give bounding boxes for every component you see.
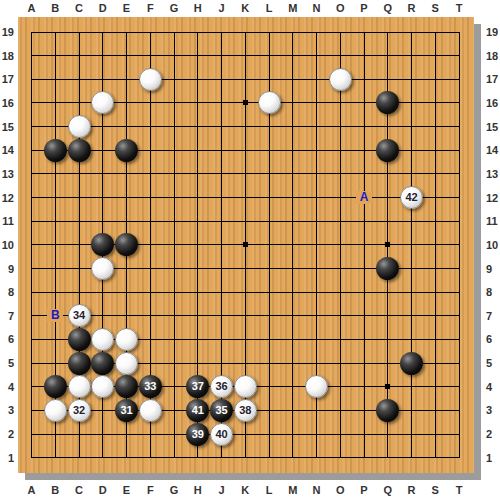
coord-top-O: O [330, 1, 350, 15]
coord-top-H: H [188, 1, 208, 15]
stone-black-Q3 [376, 399, 399, 422]
stone-white-C4 [68, 375, 91, 398]
grid-line-vertical [292, 32, 293, 459]
coord-bottom-H: H [188, 483, 208, 497]
coord-left-14: 14 [0, 143, 14, 157]
coord-bottom-J: J [212, 483, 232, 497]
move-number: 42 [405, 192, 417, 203]
coord-right-8: 8 [486, 285, 500, 299]
stone-white-O17 [329, 68, 352, 91]
coord-right-1: 1 [486, 451, 500, 465]
coord-top-L: L [259, 1, 279, 15]
coord-bottom-D: D [93, 483, 113, 497]
coord-top-B: B [45, 1, 65, 15]
coord-left-17: 17 [0, 72, 14, 86]
coord-left-16: 16 [0, 96, 14, 110]
stone-white-C3: 32 [68, 399, 91, 422]
coord-bottom-K: K [235, 483, 255, 497]
move-number: 31 [120, 405, 132, 416]
stone-black-R5 [400, 352, 423, 375]
coord-left-15: 15 [0, 120, 14, 134]
coord-right-14: 14 [486, 143, 500, 157]
coord-bottom-S: S [425, 483, 445, 497]
coord-bottom-M: M [283, 483, 303, 497]
coord-top-T: T [449, 1, 469, 15]
coord-top-A: A [22, 1, 42, 15]
stone-white-C15 [68, 115, 91, 138]
stone-white-B3 [44, 399, 67, 422]
coord-top-D: D [93, 1, 113, 15]
coord-left-4: 4 [0, 380, 14, 394]
coord-bottom-P: P [354, 483, 374, 497]
stone-black-C6 [68, 328, 91, 351]
coord-right-18: 18 [486, 49, 500, 63]
marker-B: B [47, 309, 63, 322]
coord-left-8: 8 [0, 285, 14, 299]
coord-right-5: 5 [486, 356, 500, 370]
coord-top-K: K [235, 1, 255, 15]
coord-top-E: E [117, 1, 137, 15]
coord-bottom-F: F [140, 483, 160, 497]
coord-left-7: 7 [0, 309, 14, 323]
grid-line-horizontal [31, 292, 460, 293]
stone-black-Q14 [376, 139, 399, 162]
stone-white-K4 [234, 375, 257, 398]
coord-bottom-O: O [330, 483, 350, 497]
coord-bottom-Q: Q [378, 483, 398, 497]
star-point [243, 242, 248, 247]
coord-bottom-N: N [307, 483, 327, 497]
coord-bottom-A: A [22, 483, 42, 497]
move-number: 40 [215, 429, 227, 440]
stone-black-B4 [44, 375, 67, 398]
coord-left-6: 6 [0, 332, 14, 346]
stone-white-F3 [139, 399, 162, 422]
coord-right-7: 7 [486, 309, 500, 323]
coord-right-6: 6 [486, 332, 500, 346]
grid-line-vertical [364, 32, 365, 459]
stone-black-C14 [68, 139, 91, 162]
stone-black-H2: 39 [186, 423, 209, 446]
coord-bottom-L: L [259, 483, 279, 497]
coord-left-3: 3 [0, 403, 14, 417]
coord-left-19: 19 [0, 25, 14, 39]
move-number: 38 [239, 405, 251, 416]
coord-top-C: C [69, 1, 89, 15]
coord-bottom-B: B [45, 483, 65, 497]
star-point [385, 242, 390, 247]
grid-line-horizontal [31, 457, 460, 458]
coord-bottom-E: E [117, 483, 137, 497]
stone-black-C5 [68, 352, 91, 375]
move-number: 33 [144, 381, 156, 392]
coord-right-16: 16 [486, 96, 500, 110]
star-point [385, 384, 390, 389]
coord-right-15: 15 [486, 120, 500, 134]
grid-line-vertical [411, 32, 412, 459]
coord-top-P: P [354, 1, 374, 15]
grid-line-vertical [340, 32, 341, 459]
coord-bottom-C: C [69, 483, 89, 497]
marker-A: A [356, 191, 372, 204]
coord-left-18: 18 [0, 49, 14, 63]
move-number: 32 [73, 405, 85, 416]
coord-bottom-R: R [402, 483, 422, 497]
coord-left-10: 10 [0, 238, 14, 252]
coord-top-R: R [402, 1, 422, 15]
stone-black-E14 [115, 139, 138, 162]
coord-right-19: 19 [486, 25, 500, 39]
grid-line-vertical [459, 32, 460, 459]
coord-right-11: 11 [486, 214, 500, 228]
coord-top-M: M [283, 1, 303, 15]
stone-white-J2: 40 [210, 423, 233, 446]
coord-top-F: F [140, 1, 160, 15]
coord-top-Q: Q [378, 1, 398, 15]
stone-white-L16 [258, 91, 281, 114]
stone-black-D5 [91, 352, 114, 375]
coord-top-N: N [307, 1, 327, 15]
coord-top-J: J [212, 1, 232, 15]
grid-line-horizontal [31, 434, 460, 435]
coord-left-1: 1 [0, 451, 14, 465]
coord-right-2: 2 [486, 427, 500, 441]
stone-white-R12: 42 [400, 186, 423, 209]
move-number: 37 [192, 381, 204, 392]
move-number: 41 [192, 405, 204, 416]
coord-left-9: 9 [0, 262, 14, 276]
stone-white-E6 [115, 328, 138, 351]
star-point [243, 100, 248, 105]
coord-right-13: 13 [486, 167, 500, 181]
coord-right-10: 10 [486, 238, 500, 252]
grid-line-vertical [435, 32, 436, 459]
stone-black-E3: 31 [115, 399, 138, 422]
stone-white-C7: 34 [68, 304, 91, 327]
coord-right-9: 9 [486, 262, 500, 276]
coord-right-3: 3 [486, 403, 500, 417]
coord-bottom-T: T [449, 483, 469, 497]
coord-left-11: 11 [0, 214, 14, 228]
coord-left-13: 13 [0, 167, 14, 181]
move-number: 35 [215, 405, 227, 416]
coord-right-4: 4 [486, 380, 500, 394]
coord-right-12: 12 [486, 191, 500, 205]
coord-left-2: 2 [0, 427, 14, 441]
stone-black-B14 [44, 139, 67, 162]
stone-black-H3: 41 [186, 399, 209, 422]
stone-white-E5 [115, 352, 138, 375]
coord-top-G: G [164, 1, 184, 15]
coord-left-12: 12 [0, 191, 14, 205]
go-board-diagram: AB423433373632314135383940AABBCCDDEEFFGG… [0, 0, 500, 500]
move-number: 34 [73, 310, 85, 321]
coord-bottom-G: G [164, 483, 184, 497]
stone-white-F17 [139, 68, 162, 91]
stone-white-K3: 38 [234, 399, 257, 422]
coord-right-17: 17 [486, 72, 500, 86]
stone-black-J3: 35 [210, 399, 233, 422]
coord-top-S: S [425, 1, 445, 15]
stone-black-F4: 33 [139, 375, 162, 398]
move-number: 39 [192, 429, 204, 440]
move-number: 36 [215, 381, 227, 392]
coord-left-5: 5 [0, 356, 14, 370]
grid-line-horizontal [31, 315, 460, 316]
